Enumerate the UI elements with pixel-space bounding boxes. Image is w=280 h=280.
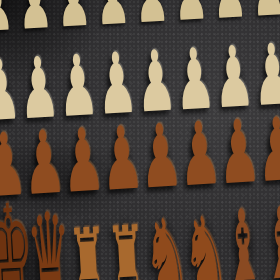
foam-socket: ♟: [61, 118, 104, 190]
foam-socket: ♟: [53, 0, 95, 25]
foam-socket: ♝: [221, 189, 265, 279]
foam-socket: ♟: [131, 0, 173, 20]
foam-socket: ♟: [96, 46, 139, 112]
tray-row-dark-pawns: ♟♟♟♟♟♟♟♟: [0, 107, 280, 194]
foam-tray: ♟♟♟♟♟♟♟♟♟♟♟♟♟♟♟♟♟♟♟♟♟♟♟♟♚♛♜♜♞♞♝♝: [0, 0, 280, 280]
foam-socket: ♟: [170, 0, 212, 18]
foam-socket: ♟: [255, 107, 280, 179]
light-pawn-piece[interactable]: ♟: [16, 0, 54, 39]
foam-socket: ♜: [65, 198, 109, 280]
foam-socket: ♟: [178, 112, 221, 184]
foam-socket: ♟: [248, 0, 280, 14]
light-pawn-piece[interactable]: ♟: [249, 0, 280, 26]
tray-row-dark-major-pieces: ♚♛♜♜♞♞♝♝: [0, 187, 280, 280]
foam-socket: ♞: [182, 192, 226, 280]
chess-set-foam-tray-photo: ♟♟♟♟♟♟♟♟♟♟♟♟♟♟♟♟♟♟♟♟♟♟♟♟♚♛♜♜♞♞♝♝: [0, 0, 280, 280]
dark-rook-piece[interactable]: ♜: [66, 216, 110, 280]
foam-socket: ♟: [92, 0, 134, 22]
foam-socket: ♟: [57, 48, 100, 114]
foam-socket: ♛: [26, 200, 70, 280]
foam-socket: ♟: [174, 42, 217, 108]
foam-socket: ♟: [139, 114, 182, 186]
dark-bishop-piece[interactable]: ♝: [261, 195, 280, 280]
light-pawn-piece[interactable]: ♟: [55, 0, 93, 36]
foam-socket: ♟: [217, 110, 260, 182]
light-pawn-piece[interactable]: ♟: [0, 0, 15, 41]
dark-bishop-piece[interactable]: ♝: [222, 197, 266, 280]
tray-row-light-pawns-back: ♟♟♟♟♟♟♟♟: [0, 0, 280, 29]
foam-socket: ♟: [100, 116, 143, 188]
dark-pawn-piece[interactable]: ♟: [254, 105, 280, 194]
light-pawn-piece[interactable]: ♟: [133, 0, 171, 32]
light-pawn-piece[interactable]: ♟: [94, 0, 132, 34]
foam-socket: ♟: [14, 0, 56, 27]
light-pawn-piece[interactable]: ♟: [210, 0, 248, 28]
foam-socket: ♟: [213, 40, 256, 106]
foam-socket: ♟: [18, 51, 61, 117]
light-pawn-piece[interactable]: ♟: [171, 0, 209, 30]
foam-socket: ♟: [209, 0, 251, 16]
foam-socket: ♟: [135, 44, 178, 110]
foam-socket: ♟: [252, 37, 280, 103]
foam-socket: ♟: [0, 0, 16, 29]
